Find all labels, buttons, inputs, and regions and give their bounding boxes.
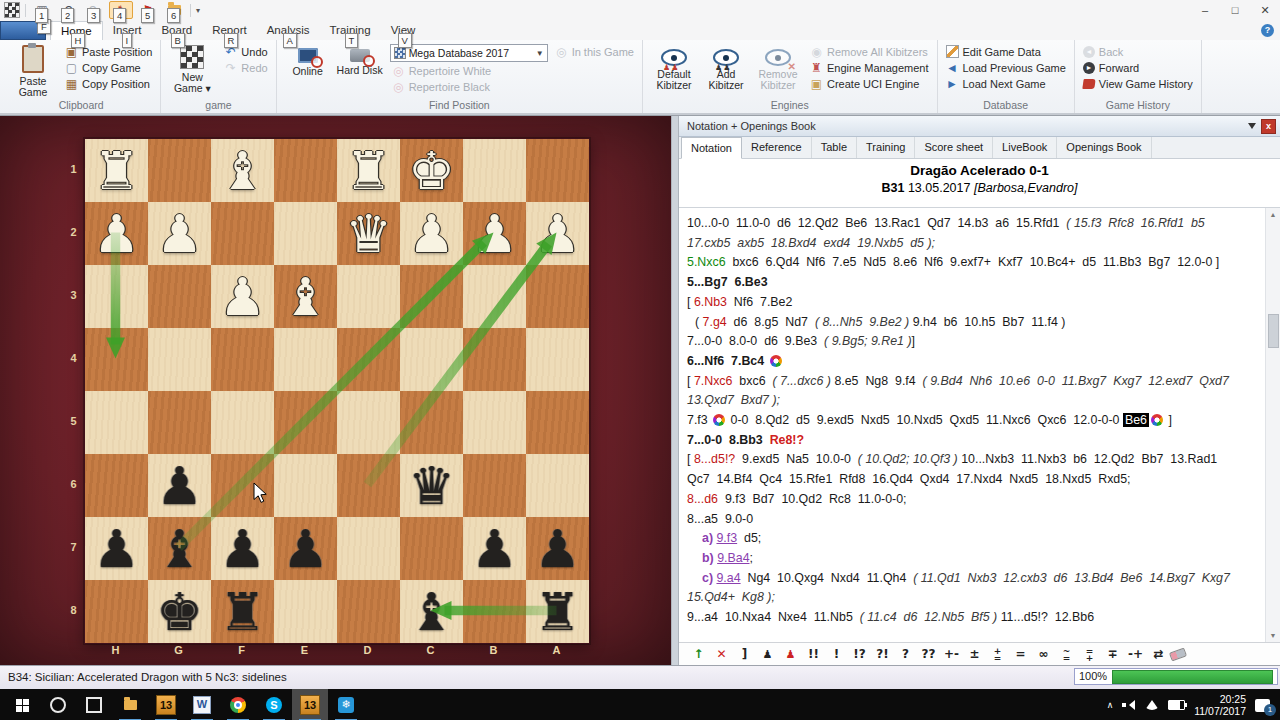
annotation-symbol-button[interactable]: ∓ bbox=[1101, 647, 1124, 661]
taskbar-word[interactable]: W bbox=[184, 689, 220, 720]
new-game-button[interactable]: New Game ▾ bbox=[167, 42, 217, 99]
square-b1[interactable] bbox=[463, 139, 526, 202]
square-h2[interactable]: ♟ bbox=[85, 202, 148, 265]
copy-position-button[interactable]: ▦Copy Position bbox=[63, 76, 154, 91]
piece-white-bishop[interactable]: ♝ bbox=[219, 141, 266, 201]
ribbon: Paste Game▣Paste Position▢Copy Game▦Copy… bbox=[0, 40, 1280, 115]
piece-black-pawn[interactable]: ♟ bbox=[93, 519, 140, 579]
keytip-B: B bbox=[171, 33, 185, 48]
cb13-icon: 13 bbox=[300, 695, 320, 715]
clipboard-icon bbox=[22, 45, 44, 73]
notation-line: [ 8...d5!? 9.exd5 Na5 10.0-0 ( 10.Qd2; 1… bbox=[687, 450, 1260, 470]
remove-all-kibitzers-button[interactable]: ◉Remove All Kibitzers bbox=[808, 44, 931, 59]
move-text[interactable]: 7.g4 bbox=[703, 315, 727, 329]
fritz-icon: ❄ bbox=[338, 697, 354, 713]
move-text[interactable]: a) bbox=[702, 531, 716, 545]
square-f6[interactable] bbox=[211, 454, 274, 517]
move-text[interactable]: ( 11.c4 d6 12.Nb5 Bf5 ) bbox=[860, 610, 998, 624]
close-button[interactable]: ✕ bbox=[1250, 0, 1280, 20]
annotation-symbol-button[interactable]: +- bbox=[940, 647, 963, 661]
square-a3[interactable] bbox=[526, 265, 589, 328]
taskbar-fritz[interactable]: ❄ bbox=[328, 689, 364, 720]
square-c5[interactable] bbox=[400, 391, 463, 454]
database-dropdown[interactable]: Mega Database 2017▼ bbox=[390, 44, 548, 62]
move-text[interactable]: ( 11.Qd1 Nxb3 12.cxb3 d6 13.Bd4 Be6 14.B… bbox=[913, 571, 1230, 585]
move-text[interactable]: ( 10.Qd2; 10.Qf3 ) bbox=[858, 452, 958, 466]
file-label: B bbox=[462, 643, 525, 658]
square-e3[interactable]: ♝ bbox=[274, 265, 337, 328]
move-text[interactable]: 6...Nf6 7.Bc4 bbox=[687, 354, 768, 368]
square-f4[interactable] bbox=[211, 328, 274, 391]
annotator: [Barbosa,Evandro] bbox=[974, 181, 1078, 195]
annotation-symbol-button[interactable]: !? bbox=[848, 647, 871, 661]
battery-icon[interactable] bbox=[1168, 700, 1185, 710]
notation-line: a) 9.f3 d5; bbox=[687, 529, 1260, 549]
move-text[interactable]: d6 8.g5 Nd7 bbox=[727, 315, 815, 329]
move-text[interactable]: 9.h4 b6 10.h5 Bb7 11.f4 ) bbox=[909, 315, 1065, 329]
move-text[interactable]: 9.Ba4 bbox=[717, 551, 749, 565]
hard-disk-button[interactable]: Hard Disk bbox=[335, 42, 385, 99]
square-g6[interactable]: ♟ bbox=[148, 454, 211, 517]
ribbon-group-game: New Game ▾↶Undo↷Redogame bbox=[161, 40, 276, 113]
tab-notation[interactable]: Notation bbox=[681, 137, 742, 159]
annotation-symbol-button[interactable]: ?? bbox=[917, 647, 940, 661]
square-d6[interactable] bbox=[337, 454, 400, 517]
move-text[interactable]: bxc6 6.Qd4 Nf6 7.e5 Nd5 8.e6 Nf6 9.exf7+… bbox=[726, 255, 1220, 269]
move-text[interactable]: 8...d6 bbox=[687, 492, 718, 506]
square-b2[interactable]: ♟ bbox=[463, 202, 526, 265]
tab-table[interactable]: Table bbox=[812, 137, 857, 158]
notation-pane-header[interactable]: Notation + Openings Book x bbox=[679, 116, 1280, 137]
redo-icon: ↷ bbox=[224, 62, 237, 74]
move-text[interactable]: 0-0 8.Qd2 d5 9.exd5 Nxd5 10.Nxd5 Qxd5 11… bbox=[727, 413, 1123, 427]
pane-menu-icon[interactable] bbox=[1248, 123, 1256, 133]
square-a5[interactable] bbox=[526, 391, 589, 454]
file-label: C bbox=[399, 643, 462, 658]
square-e1[interactable] bbox=[274, 139, 337, 202]
app-icon bbox=[4, 2, 20, 18]
notation-line: 8...a5 9.0-0 bbox=[687, 510, 1260, 530]
taskbar-start[interactable] bbox=[4, 689, 40, 720]
eraser-icon[interactable] bbox=[1169, 647, 1187, 661]
square-g2[interactable]: ♟ bbox=[148, 202, 211, 265]
piece-white-pawn[interactable]: ♟ bbox=[408, 204, 455, 264]
move-text[interactable]: Nf6 7.Be2 bbox=[727, 295, 792, 309]
square-d8[interactable] bbox=[337, 580, 400, 643]
move-text[interactable]: ] bbox=[912, 334, 915, 348]
word-icon: W bbox=[193, 696, 211, 714]
annotation-symbol-button[interactable]: ! bbox=[825, 647, 848, 661]
keytip-I: I bbox=[122, 33, 133, 48]
move-text[interactable]: 7...0-0 8.0-0 d6 9.Be3 bbox=[687, 334, 824, 348]
square-c4[interactable] bbox=[400, 328, 463, 391]
wifi-icon[interactable] bbox=[1145, 700, 1159, 710]
square-f8[interactable]: ♜ bbox=[211, 580, 274, 643]
harddisk-icon bbox=[350, 49, 370, 62]
square-h8[interactable] bbox=[85, 580, 148, 643]
notation-line: 9...a4 10.Nxa4 Nxe4 11.Nb5 ( 11.c4 d6 12… bbox=[687, 608, 1260, 628]
separator bbox=[25, 4, 26, 17]
move-text[interactable]: 11...d5!? 12.Bb6 bbox=[997, 610, 1094, 624]
square-e8[interactable] bbox=[274, 580, 337, 643]
game-header: Dragão Acelerado 0-1 B31 13.05.2017 [Bar… bbox=[679, 159, 1280, 208]
move-text[interactable]: 9.a4 bbox=[716, 571, 740, 585]
square-b6[interactable] bbox=[463, 454, 526, 517]
tab-livebook[interactable]: LiveBook bbox=[993, 137, 1057, 158]
loadnext-icon: ► bbox=[946, 78, 959, 90]
annotation-symbol-button[interactable]: = bbox=[1009, 647, 1032, 661]
notation-line: 8...d6 9.f3 Bd7 10.Qd2 Rc8 11.0-0-0; bbox=[687, 490, 1260, 510]
piece-black-bishop[interactable]: ♝ bbox=[156, 519, 203, 579]
square-c8[interactable]: ♝ bbox=[400, 580, 463, 643]
engine-management-button[interactable]: ♜Engine Management bbox=[808, 60, 931, 75]
move-text[interactable]: ( 15.f3 Rfc8 16.Rfd1 b5 bbox=[1066, 216, 1204, 230]
piece-black-pawn[interactable]: ♟ bbox=[534, 519, 581, 579]
create-uci-engine-button[interactable]: ▣Create UCI Engine bbox=[808, 76, 931, 91]
file-label: D bbox=[336, 643, 399, 658]
scroll-down-icon[interactable]: ▼ bbox=[1266, 632, 1280, 639]
square-e4[interactable] bbox=[274, 328, 337, 391]
move-text[interactable]: [ bbox=[687, 295, 694, 309]
notation-line: c) 9.a4 Ng4 10.Qxg4 Nxd4 11.Qh4 ( 11.Qd1… bbox=[687, 569, 1260, 589]
piece-white-bishop[interactable]: ♝ bbox=[282, 267, 329, 327]
clock-time: 20:25 bbox=[1194, 693, 1246, 706]
notation-line: Qc7 14.Bf4 Qc4 15.Rfe1 Rfd8 16.Qd4 Qxd4 … bbox=[687, 470, 1260, 490]
notation-line: 7.f3 0-0 8.Qd2 d5 9.exd5 Nxd5 10.Nxd5 Qx… bbox=[687, 411, 1260, 431]
square-d3[interactable] bbox=[337, 265, 400, 328]
annotation-symbol-button[interactable]: += bbox=[986, 647, 1009, 661]
tab-training[interactable]: Training bbox=[857, 137, 915, 158]
square-a7[interactable]: ♟ bbox=[526, 517, 589, 580]
move-text[interactable]: Qc7 14.Bf4 Qc4 15.Rfe1 Rfd8 16.Qd4 Qxd4 … bbox=[687, 472, 1131, 486]
taskbar-skype[interactable]: S bbox=[256, 689, 292, 720]
square-b5[interactable] bbox=[463, 391, 526, 454]
move-text[interactable]: 7...0-0 8.Bb3 bbox=[687, 433, 770, 447]
load-next-game-button[interactable]: ►Load Next Game bbox=[944, 76, 1068, 91]
move-text[interactable]: 6.Nb3 bbox=[694, 295, 727, 309]
edit-game-data-button[interactable]: Edit Game Data bbox=[944, 44, 1068, 59]
notation-line: ( 7.g4 d6 8.g5 Nd7 ( 8...Nh5 9.Be2 ) 9.h… bbox=[687, 313, 1260, 333]
tab-openings-book[interactable]: Openings Book bbox=[1057, 137, 1151, 158]
add-kibitzer-button[interactable]: Add Kibitzer bbox=[701, 42, 751, 99]
square-h4[interactable] bbox=[85, 328, 148, 391]
move-text[interactable]: 8...a5 9.0-0 bbox=[687, 512, 753, 526]
pane-splitter[interactable] bbox=[671, 116, 679, 665]
start-icon bbox=[16, 699, 29, 712]
piece-white-king[interactable]: ♚ bbox=[408, 141, 455, 201]
square-g8[interactable]: ♚ bbox=[148, 580, 211, 643]
notation-line: 7...0-0 8.Bb3 Re8!? bbox=[687, 431, 1260, 451]
move-text[interactable]: 9.exd5 Na5 10.0-0 bbox=[735, 452, 858, 466]
help-icon[interactable]: ? bbox=[1261, 24, 1274, 37]
group-label-clipboard: Clipboard bbox=[8, 99, 154, 112]
move-text[interactable]: Re8!? bbox=[770, 433, 804, 447]
square-a2[interactable]: ♟ bbox=[526, 202, 589, 265]
notation-line: 13.Qxd7 Bxd7 ); bbox=[687, 391, 1260, 411]
taskbar-taskview[interactable] bbox=[76, 689, 112, 720]
square-e6[interactable] bbox=[274, 454, 337, 517]
square-c1[interactable]: ♚ bbox=[400, 139, 463, 202]
eyex2-icon: ◉ bbox=[810, 46, 823, 58]
square-d1[interactable]: ♜ bbox=[337, 139, 400, 202]
piece-black-pawn[interactable]: ♟ bbox=[282, 519, 329, 579]
square-c6[interactable]: ♛ bbox=[400, 454, 463, 517]
piece-white-pawn[interactable]: ♟ bbox=[93, 204, 140, 264]
square-e5[interactable] bbox=[274, 391, 337, 454]
online-icon bbox=[298, 48, 318, 63]
annotation-symbol-button[interactable]: ↑ bbox=[687, 647, 710, 661]
move-text[interactable]: ( 8...Nh5 9.Be2 ) bbox=[815, 315, 909, 329]
uci-icon: ▣ bbox=[810, 78, 823, 90]
move-text[interactable]: 9.f3 bbox=[716, 531, 737, 545]
group-label-engines: Engines bbox=[649, 99, 931, 112]
back-button[interactable]: ◄Back bbox=[1081, 44, 1195, 59]
notation-line: 6...Nf6 7.Bc4 bbox=[687, 352, 1260, 372]
minimize-button[interactable]: – bbox=[1190, 0, 1220, 20]
square-g1[interactable] bbox=[148, 139, 211, 202]
scroll-thumb[interactable] bbox=[1268, 314, 1279, 348]
annotation-symbol-button[interactable]: ♟ bbox=[779, 648, 802, 661]
move-text[interactable]: 8...d5!? bbox=[694, 452, 735, 466]
move-text[interactable]: 8.e5 Ng8 9.f4 bbox=[831, 374, 923, 388]
square-g3[interactable] bbox=[148, 265, 211, 328]
ribbon-group-clipboard: Paste Game▣Paste Position▢Copy Game▦Copy… bbox=[2, 40, 161, 113]
square-e2[interactable] bbox=[274, 202, 337, 265]
square-a6[interactable] bbox=[526, 454, 589, 517]
square-d4[interactable] bbox=[337, 328, 400, 391]
square-e7[interactable]: ♟ bbox=[274, 517, 337, 580]
square-h6[interactable] bbox=[85, 454, 148, 517]
annotation-symbol-button[interactable]: ✕ bbox=[710, 647, 733, 661]
rank-label: 3 bbox=[66, 264, 81, 327]
rank-label: 8 bbox=[66, 579, 81, 642]
annotation-symbol-button[interactable]: ∞ bbox=[1032, 647, 1055, 661]
piece-white-pawn[interactable]: ♟ bbox=[156, 204, 203, 264]
annotation-symbol-button[interactable]: ? bbox=[894, 647, 917, 661]
piece-white-rook[interactable]: ♜ bbox=[345, 141, 392, 201]
tab-reference[interactable]: Reference bbox=[742, 137, 812, 158]
square-d2[interactable]: ♛ bbox=[337, 202, 400, 265]
taskbar-clock[interactable]: 20:2511/07/2017 bbox=[1194, 693, 1246, 718]
scrollbar[interactable]: ▲ ▼ bbox=[1265, 208, 1280, 642]
ribbon-group-database: Edit Game Data◄Load Previous Game►Load N… bbox=[938, 40, 1075, 113]
annotation-symbol-button[interactable]: ] bbox=[733, 647, 756, 661]
notation-line: [ 6.Nb3 Nf6 7.Be2 bbox=[687, 293, 1260, 313]
repertoire-white-button[interactable]: ◎Repertoire White bbox=[390, 63, 548, 78]
tab-score-sheet[interactable]: Score sheet bbox=[915, 137, 993, 158]
square-a1[interactable] bbox=[526, 139, 589, 202]
move-text[interactable]: ( 9.Bg5; 9.Re1 ) bbox=[824, 334, 911, 348]
volume-icon[interactable] bbox=[1122, 700, 1136, 710]
square-b7[interactable]: ♟ bbox=[463, 517, 526, 580]
square-h1[interactable]: ♜ bbox=[85, 139, 148, 202]
group-label-find-position: Find Position bbox=[283, 99, 636, 112]
separator bbox=[190, 4, 191, 17]
move-text[interactable]: 10...Nxb3 11.Nxb3 b6 12.Qd2 Bb7 13.Rad1 bbox=[958, 452, 1217, 466]
notation-line: 7...0-0 8.0-0 d6 9.Be3 ( 9.Bg5; 9.Re1 )] bbox=[687, 332, 1260, 352]
square-c7[interactable] bbox=[400, 517, 463, 580]
file-label: E bbox=[273, 643, 336, 658]
pane-close-icon[interactable]: x bbox=[1261, 119, 1276, 134]
clock-date: 11/07/2017 bbox=[1194, 705, 1246, 718]
square-h7[interactable]: ♟ bbox=[85, 517, 148, 580]
search-icon bbox=[50, 697, 66, 713]
square-f7[interactable]: ♟ bbox=[211, 517, 274, 580]
square-d7[interactable] bbox=[337, 517, 400, 580]
paste-game-button[interactable]: Paste Game bbox=[8, 42, 58, 99]
piece-black-bishop[interactable]: ♝ bbox=[408, 582, 455, 642]
square-f2[interactable] bbox=[211, 202, 274, 265]
view-game-history-button[interactable]: View Game History bbox=[1081, 76, 1195, 91]
notification-icon[interactable]: 1 bbox=[1255, 699, 1270, 712]
default-kibitzer-button[interactable]: Default Kibitzer bbox=[649, 42, 699, 99]
move-text[interactable]: c) bbox=[702, 571, 716, 585]
editdata-icon bbox=[946, 45, 959, 58]
move-text[interactable]: 5.Nxc6 bbox=[687, 255, 726, 269]
taskbar-folder[interactable] bbox=[112, 689, 148, 720]
notation-line: 5...Bg7 6.Be3 bbox=[687, 273, 1260, 293]
keytip-5: 5 bbox=[141, 8, 154, 23]
move-text[interactable]: [ bbox=[687, 452, 694, 466]
move-text[interactable]: 13.Qxd7 Bxd7 ); bbox=[687, 393, 780, 407]
colored-circle-annotation-icon bbox=[713, 414, 725, 426]
square-g4[interactable] bbox=[148, 328, 211, 391]
piece-black-rook[interactable]: ♜ bbox=[219, 582, 266, 642]
file-label: A bbox=[525, 643, 588, 658]
group-label-game-history: Game History bbox=[1081, 99, 1195, 112]
annotation-symbol-button[interactable]: ± bbox=[963, 647, 986, 661]
square-c2[interactable]: ♟ bbox=[400, 202, 463, 265]
piece-black-pawn[interactable]: ♟ bbox=[471, 519, 518, 579]
move-text[interactable]: Be6 bbox=[1123, 413, 1149, 427]
square-f1[interactable]: ♝ bbox=[211, 139, 274, 202]
piece-white-pawn[interactable]: ♟ bbox=[471, 204, 518, 264]
move-text[interactable]: 9...a4 10.Nxa4 Nxe4 11.Nb5 bbox=[687, 610, 860, 624]
square-c3[interactable] bbox=[400, 265, 463, 328]
file-label: H bbox=[84, 643, 147, 658]
keytip-T: T bbox=[345, 33, 359, 48]
move-text[interactable]: ; bbox=[750, 551, 753, 565]
move-text[interactable]: ] bbox=[1165, 413, 1172, 427]
load-previous-game-button[interactable]: ◄Load Previous Game bbox=[944, 60, 1068, 75]
notation-body: 10...0-0 11.0-0 d6 12.Qd2 Be6 13.Rac1 Qd… bbox=[679, 208, 1280, 642]
square-a8[interactable]: ♜ bbox=[526, 580, 589, 643]
notification-badge: 1 bbox=[1264, 704, 1276, 716]
notation-tabs: NotationReferenceTableTrainingScore shee… bbox=[679, 137, 1280, 159]
move-text[interactable]: Ng4 10.Qxg4 Nxd4 11.Qh4 bbox=[741, 571, 914, 585]
square-g5[interactable] bbox=[148, 391, 211, 454]
square-b3[interactable] bbox=[463, 265, 526, 328]
piece-white-pawn[interactable]: ♟ bbox=[534, 204, 581, 264]
square-b8[interactable] bbox=[463, 580, 526, 643]
square-d5[interactable] bbox=[337, 391, 400, 454]
notation-pane-title: Notation + Openings Book bbox=[687, 120, 816, 132]
in-this-game-button[interactable]: ◎In this Game bbox=[553, 44, 636, 59]
move-text[interactable]: d5; bbox=[737, 531, 761, 545]
maximize-button[interactable]: □ bbox=[1220, 0, 1250, 20]
keytip-3: 3 bbox=[87, 8, 100, 23]
piece-black-rook[interactable]: ♜ bbox=[534, 582, 581, 642]
move-text[interactable]: 5...Bg7 6.Be3 bbox=[687, 275, 768, 289]
annotation-symbol-button[interactable]: ?! bbox=[871, 647, 894, 661]
progress-indicator: 100% bbox=[1074, 668, 1278, 685]
piece-white-rook[interactable]: ♜ bbox=[93, 141, 140, 201]
square-f5[interactable] bbox=[211, 391, 274, 454]
notation-line: b) 9.Ba4; bbox=[687, 549, 1260, 569]
history-icon bbox=[1082, 79, 1095, 89]
move-text[interactable]: 15.Qd4+ Kg8 ); bbox=[687, 590, 775, 604]
piece-black-pawn[interactable]: ♟ bbox=[219, 519, 266, 579]
taskbar-chrome[interactable] bbox=[220, 689, 256, 720]
move-text[interactable]: 17.cxb5 axb5 18.Bxd4 exd4 19.Nxb5 d5 ); bbox=[687, 236, 935, 250]
copy-game-button[interactable]: ▢Copy Game bbox=[63, 60, 154, 75]
taskbar-cb13-active[interactable]: 13 bbox=[292, 689, 328, 720]
move-text[interactable]: 7.f3 bbox=[687, 413, 711, 427]
annotation-symbol-button[interactable]: !! bbox=[802, 647, 825, 661]
copypos-icon: ▦ bbox=[65, 78, 78, 90]
chevron-up-icon[interactable]: ∧ bbox=[1107, 700, 1114, 710]
taskbar-search[interactable] bbox=[40, 689, 76, 720]
ribbon-group-find-position: OnlineHard DiskMega Database 2017▼◎Reper… bbox=[277, 40, 643, 113]
move-text[interactable]: ( bbox=[695, 315, 703, 329]
square-h3[interactable] bbox=[85, 265, 148, 328]
searchgame-icon: ◎ bbox=[555, 46, 568, 58]
piece-black-king[interactable]: ♚ bbox=[156, 582, 203, 642]
database-dropdown-value: Mega Database 2017 bbox=[409, 47, 509, 59]
qat-more-icon[interactable]: ▾ bbox=[196, 6, 200, 15]
redo-button[interactable]: ↷Redo bbox=[222, 60, 269, 75]
keytip-H: H bbox=[71, 33, 86, 48]
windows-taskbar: 13WS13❄∧20:2511/07/20171 bbox=[0, 689, 1280, 720]
square-h5[interactable] bbox=[85, 391, 148, 454]
annotation-symbol-button[interactable]: =+ bbox=[1078, 647, 1101, 661]
annotation-symbol-button[interactable]: ♟ bbox=[756, 648, 779, 661]
taskbar-cb13[interactable]: 13 bbox=[148, 689, 184, 720]
square-b4[interactable] bbox=[463, 328, 526, 391]
repertoire-black-button[interactable]: ◎Repertoire Black bbox=[390, 79, 548, 94]
annotation-symbol-button[interactable]: ⇄ bbox=[1147, 647, 1170, 661]
eyex-icon bbox=[765, 49, 791, 66]
chess-board[interactable]: ♜♝♜♚♟♟♛♟♟♟♟♝♟♛♟♝♟♟♟♟♚♜♝♜ bbox=[84, 138, 590, 644]
square-g7[interactable]: ♝ bbox=[148, 517, 211, 580]
square-a4[interactable] bbox=[526, 328, 589, 391]
move-text[interactable]: bxc6 bbox=[732, 374, 772, 388]
forward-button[interactable]: ►Forward bbox=[1081, 60, 1195, 75]
main-area: 12345678 ♜♝♜♚♟♟♛♟♟♟♟♝♟♛♟♝♟♟♟♟♚♜♝♜ HGFEDC… bbox=[0, 115, 1280, 665]
piece-white-queen[interactable]: ♛ bbox=[345, 204, 392, 264]
remove-kibitzer-button[interactable]: Remove Kibitzer bbox=[753, 42, 803, 99]
square-f3[interactable]: ♟ bbox=[211, 265, 274, 328]
online-button[interactable]: Online bbox=[283, 42, 333, 99]
annotation-symbol-button[interactable]: ~= bbox=[1055, 647, 1078, 661]
annotation-symbol-button[interactable]: -+ bbox=[1124, 647, 1147, 661]
scroll-up-icon[interactable]: ▲ bbox=[1266, 211, 1280, 218]
game-title: Dragão Acelerado 0-1 bbox=[679, 163, 1280, 178]
notation-line: [ 7.Nxc6 bxc6 ( 7...dxc6 ) 8.e5 Ng8 9.f4… bbox=[687, 372, 1260, 392]
move-text[interactable]: ( 7...dxc6 ) bbox=[772, 374, 831, 388]
move-text[interactable]: [ bbox=[687, 374, 694, 388]
cb13-icon: 13 bbox=[156, 695, 176, 715]
group-label-game: game bbox=[167, 99, 269, 112]
move-text[interactable]: ( 9.Bd4 Nh6 10.e6 0-0 11.Bxg7 Kxg7 12.ex… bbox=[923, 374, 1229, 388]
piece-black-pawn[interactable]: ♟ bbox=[156, 456, 203, 516]
move-text[interactable]: 9.f3 Bd7 10.Qd2 Rc8 11.0-0-0; bbox=[718, 492, 907, 506]
piece-black-queen[interactable]: ♛ bbox=[408, 456, 455, 516]
piece-white-pawn[interactable]: ♟ bbox=[219, 267, 266, 327]
move-text[interactable]: 7.Nxc6 bbox=[694, 374, 733, 388]
move-text[interactable]: b) bbox=[702, 551, 717, 565]
move-text[interactable]: 10...0-0 11.0-0 d6 12.Qd2 Be6 13.Rac1 Qd… bbox=[687, 216, 1066, 230]
